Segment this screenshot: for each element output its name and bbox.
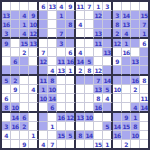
cell-r4c15[interactable] [131,29,140,39]
cell-r3c2[interactable] [11,20,20,29]
cell-r13c3[interactable]: 6 [20,113,29,122]
cell-r10c6[interactable]: 10 [48,85,57,94]
cell-r2c8[interactable] [66,11,76,20]
cell-r8c6[interactable]: 4 [48,66,57,76]
cell-r5c10[interactable] [85,39,94,48]
cell-r6c3[interactable]: 2 [20,48,29,57]
cell-r4c1[interactable]: 3 [2,29,11,39]
cell-r16c6[interactable]: 7 [48,140,57,148]
screenshot-frame: 6134911713134911231415161108481373412713… [0,0,150,150]
cell-r9c6[interactable]: 8 [48,76,57,85]
cell-r11c6[interactable]: 14 [48,94,57,103]
cell-r8c9[interactable]: 2 [76,66,85,76]
cell-r2c16[interactable]: 15 [140,11,148,20]
cell-r5c5[interactable] [39,39,48,48]
cell-r9c9[interactable] [76,76,85,85]
cell-r8c11[interactable]: 12 [94,66,103,76]
cell-r1c3[interactable] [20,2,29,11]
cell-r13c8[interactable]: 12 [66,113,76,122]
cell-r1c1[interactable] [2,2,11,11]
cell-r11c11[interactable]: 8 [94,94,103,103]
cell-r13c15[interactable]: 1 [131,113,140,122]
cell-r8c4[interactable] [29,66,39,76]
cell-r3c7[interactable] [57,20,66,29]
cell-r10c15[interactable]: 2 [131,85,140,94]
cell-r16c7[interactable] [57,140,66,148]
cell-r7c10[interactable]: 5 [85,57,94,66]
cell-r8c16[interactable] [140,66,148,76]
cell-r3c15[interactable] [131,20,140,29]
cell-r12c6[interactable]: 6 [48,103,57,113]
cell-r11c12[interactable]: 4 [103,94,113,103]
cell-r14c4[interactable] [29,122,39,131]
cell-r6c15[interactable] [131,48,140,57]
cell-r4c12[interactable] [103,29,113,39]
cell-r12c5[interactable] [39,103,48,113]
cell-r9c10[interactable] [85,76,94,85]
cell-r15c7[interactable]: 15 [57,131,66,140]
cell-r11c15[interactable] [131,94,140,103]
cell-r7c4[interactable] [29,57,39,66]
cell-r1c15[interactable] [131,2,140,11]
cell-r14c5[interactable] [39,122,48,131]
cell-r7c11[interactable] [94,57,103,66]
cell-r10c8[interactable] [66,85,76,94]
cell-r6c2[interactable] [11,48,20,57]
cell-r13c14[interactable]: 9 [122,113,131,122]
cell-r10c3[interactable] [20,85,29,94]
cell-r2c14[interactable]: 14 [122,11,131,20]
cell-r10c2[interactable]: 9 [11,85,20,94]
cell-r15c10[interactable]: 14 [85,131,94,140]
cell-r1c5[interactable]: 6 [39,2,48,11]
cell-r5c2[interactable] [11,39,20,48]
cell-r11c10[interactable] [85,94,94,103]
cell-r13c2[interactable]: 14 [11,113,20,122]
cell-r14c12[interactable]: 5 [103,122,113,131]
cell-r8c10[interactable]: 8 [85,66,94,76]
cell-r7c9[interactable]: 14 [76,57,85,66]
cell-r9c14[interactable] [122,76,131,85]
cell-r15c8[interactable]: 5 [66,131,76,140]
cell-r3c1[interactable]: 16 [2,20,11,29]
cell-r4c3[interactable]: 4 [20,29,29,39]
cell-r16c5[interactable]: 4 [39,140,48,148]
cell-r11c13[interactable] [113,94,122,103]
cell-r9c2[interactable]: 2 [11,76,20,85]
cell-r14c7[interactable] [57,122,66,131]
cell-r12c7[interactable] [57,103,66,113]
cell-r2c15[interactable] [131,11,140,20]
cell-r13c10[interactable]: 10 [85,113,94,122]
cell-r2c9[interactable] [76,11,85,20]
cell-r14c13[interactable]: 14 [113,122,122,131]
cell-r14c10[interactable] [85,122,94,131]
cell-r7c6[interactable] [48,57,57,66]
cell-r12c14[interactable] [122,103,131,113]
cell-r6c1[interactable] [2,48,11,57]
cell-r5c4[interactable]: 13 [29,39,39,48]
cell-r16c11[interactable]: 15 [94,140,103,148]
cell-r12c8[interactable] [66,103,76,113]
cell-r14c3[interactable]: 2 [20,122,29,131]
cell-r16c3[interactable]: 9 [20,140,29,148]
cell-r15c1[interactable]: 4 [2,131,11,140]
cell-r6c4[interactable] [29,48,39,57]
cell-r3c8[interactable]: 8 [66,20,76,29]
cell-r5c7[interactable]: 3 [57,39,66,48]
cell-r8c2[interactable] [11,66,20,76]
cell-r7c1[interactable] [2,57,11,66]
cell-r15c13[interactable]: 16 [113,131,122,140]
cell-r12c16[interactable]: 14 [140,103,148,113]
cell-r8c7[interactable]: 13 [57,66,66,76]
cell-r10c4[interactable]: 4 [29,85,39,94]
cell-r3c16[interactable]: 7 [140,20,148,29]
cell-r14c14[interactable]: 15 [122,122,131,131]
cell-r7c7[interactable]: 11 [57,57,66,66]
cell-r9c7[interactable] [57,76,66,85]
cell-r9c11[interactable]: 7 [94,76,103,85]
cell-r3c14[interactable]: 13 [122,20,131,29]
cell-r7c5[interactable]: 12 [39,57,48,66]
cell-r4c6[interactable] [48,29,57,39]
cell-r16c9[interactable] [76,140,85,148]
cell-r15c14[interactable] [122,131,131,140]
cell-r2c5[interactable] [39,11,48,20]
cell-r3c5[interactable] [39,20,48,29]
cell-r13c1[interactable] [2,113,11,122]
cell-r10c7[interactable] [57,85,66,94]
cell-r4c14[interactable]: 4 [122,29,131,39]
cell-r6c7[interactable] [57,48,66,57]
cell-r10c9[interactable] [76,85,85,94]
cell-r2c11[interactable]: 12 [94,11,103,20]
cell-r7c14[interactable] [122,57,131,66]
cell-r6c13[interactable] [113,48,122,57]
cell-r4c7[interactable]: 7 [57,29,66,39]
cell-r10c5[interactable]: 1 [39,85,48,94]
cell-r4c5[interactable] [39,29,48,39]
cell-r10c16[interactable] [140,85,148,94]
cell-r3c13[interactable]: 8 [113,20,122,29]
cell-r13c12[interactable] [103,113,113,122]
cell-r15c12[interactable] [103,131,113,140]
cell-r6c6[interactable] [48,48,57,57]
cell-r5c13[interactable]: 12 [113,39,122,48]
cell-r9c15[interactable]: 16 [131,76,140,85]
cell-r2c10[interactable] [85,11,94,20]
cell-r16c8[interactable] [66,140,76,148]
cell-r11c7[interactable] [57,94,66,103]
cell-r3c12[interactable] [103,20,113,29]
cell-r13c7[interactable]: 16 [57,113,66,122]
cell-r8c5[interactable] [39,66,48,76]
cell-r12c13[interactable] [113,103,122,113]
cell-r12c9[interactable] [76,103,85,113]
cell-r3c3[interactable]: 1 [20,20,29,29]
cell-r15c16[interactable] [140,131,148,140]
cell-r2c12[interactable] [103,11,113,20]
cell-r14c11[interactable] [94,122,103,131]
cell-r13c5[interactable] [39,113,48,122]
cell-r11c4[interactable] [29,94,39,103]
cell-r8c1[interactable] [2,66,11,76]
cell-r15c4[interactable]: 1 [29,131,39,140]
cell-r1c13[interactable] [113,2,122,11]
cell-r15c6[interactable] [48,131,57,140]
cell-r16c10[interactable] [85,140,94,148]
cell-r3c10[interactable] [85,20,94,29]
cell-r2c2[interactable] [11,11,20,20]
cell-r9c5[interactable]: 11 [39,76,48,85]
cell-r3c11[interactable] [94,20,103,29]
cell-r10c12[interactable]: 5 [103,85,113,94]
cell-r16c14[interactable]: 2 [122,140,131,148]
cell-r10c1[interactable] [2,85,11,94]
cell-r12c2[interactable]: 10 [11,103,20,113]
cell-r8c14[interactable] [122,66,131,76]
cell-r4c8[interactable] [66,29,76,39]
cell-r9c12[interactable]: 14 [103,76,113,85]
cell-r9c3[interactable] [20,76,29,85]
cell-r16c2[interactable] [11,140,20,148]
cell-r9c13[interactable] [113,76,122,85]
cell-r13c13[interactable] [113,113,122,122]
cell-r14c9[interactable] [76,122,85,131]
cell-r15c5[interactable] [39,131,48,140]
cell-r1c4[interactable] [29,2,39,11]
cell-r15c2[interactable] [11,131,20,140]
cell-r2c6[interactable] [48,11,57,20]
cell-r16c13[interactable] [113,140,122,148]
cell-r1c12[interactable]: 3 [103,2,113,11]
cell-r3c4[interactable]: 10 [29,20,39,29]
cell-r5c11[interactable]: 11 [94,39,103,48]
cell-r7c2[interactable]: 6 [11,57,20,66]
cell-r10c14[interactable] [122,85,131,94]
cell-r11c14[interactable] [122,94,131,103]
cell-r7c16[interactable] [140,57,148,66]
cell-r5c16[interactable]: 6 [140,39,148,48]
cell-r9c4[interactable] [29,76,39,85]
cell-r12c3[interactable] [20,103,29,113]
cell-r5c6[interactable] [48,39,57,48]
cell-r13c6[interactable] [48,113,57,122]
cell-r11c2[interactable] [11,94,20,103]
cell-r6c14[interactable]: 16 [122,48,131,57]
cell-r9c16[interactable]: 8 [140,76,148,85]
cell-r5c9[interactable] [76,39,85,48]
cell-r9c1[interactable]: 5 [2,76,11,85]
cell-r12c12[interactable] [103,103,113,113]
cell-r16c15[interactable] [131,140,140,148]
cell-r14c2[interactable]: 16 [11,122,20,131]
cell-r4c4[interactable]: 12 [29,29,39,39]
cell-r8c8[interactable]: 1 [66,66,76,76]
cell-r4c13[interactable]: 2 [113,29,122,39]
cell-r15c11[interactable] [94,131,103,140]
cell-r1c9[interactable]: 11 [76,2,85,11]
cell-r1c14[interactable] [122,2,131,11]
cell-r1c7[interactable]: 4 [57,2,66,11]
cell-r11c9[interactable] [76,94,85,103]
cell-r5c12[interactable] [103,39,113,48]
cell-r11c1[interactable]: 6 [2,94,11,103]
cell-r2c7[interactable]: 1 [57,11,66,20]
cell-r6c5[interactable]: 7 [39,48,48,57]
cell-r10c10[interactable] [85,85,94,94]
cell-r5c15[interactable] [131,39,140,48]
cell-r13c16[interactable] [140,113,148,122]
cell-r15c15[interactable]: 10 [131,131,140,140]
cell-r5c3[interactable]: 15 [20,39,29,48]
cell-r12c15[interactable]: 4 [131,103,140,113]
cell-r11c3[interactable] [20,94,29,103]
cell-r5c1[interactable]: 9 [2,39,11,48]
cell-r4c11[interactable]: 13 [94,29,103,39]
cell-r6c9[interactable]: 4 [76,48,85,57]
cell-r14c8[interactable] [66,122,76,131]
cell-r16c16[interactable] [140,140,148,148]
cell-r11c5[interactable]: 10 [39,94,48,103]
cell-r7c3[interactable] [20,57,29,66]
cell-r6c11[interactable] [94,48,103,57]
sudoku-board: 6134911713134911231415161108481373412713… [0,0,150,150]
cell-r11c16[interactable]: 11 [140,94,148,103]
cell-r1c8[interactable]: 9 [66,2,76,11]
cell-r12c11[interactable]: 16 [94,103,103,113]
cell-r12c4[interactable] [29,103,39,113]
cell-r12c10[interactable] [85,103,94,113]
cell-r13c4[interactable] [29,113,39,122]
cell-r2c4[interactable]: 9 [29,11,39,20]
cell-r4c16[interactable]: 1 [140,29,148,39]
cell-r11c8[interactable] [66,94,76,103]
cell-r6c12[interactable]: 13 [103,48,113,57]
cell-r6c16[interactable] [140,48,148,57]
cell-r2c3[interactable]: 4 [20,11,29,20]
cell-r13c11[interactable] [94,113,103,122]
cell-r12c1[interactable]: 8 [2,103,11,113]
cell-r7c13[interactable]: 9 [113,57,122,66]
cell-r2c1[interactable]: 13 [2,11,11,20]
cell-r8c13[interactable] [113,66,122,76]
cell-r14c15[interactable]: 8 [131,122,140,131]
cell-r2c13[interactable]: 3 [113,11,122,20]
cell-r15c9[interactable]: 8 [76,131,85,140]
cell-r5c14[interactable]: 1 [122,39,131,48]
cell-r10c11[interactable]: 13 [94,85,103,94]
cell-r4c10[interactable] [85,29,94,39]
cell-r1c6[interactable]: 13 [48,2,57,11]
cell-r1c16[interactable] [140,2,148,11]
cell-r8c3[interactable] [20,66,29,76]
cell-r16c1[interactable] [2,140,11,148]
cell-r13c9[interactable]: 13 [76,113,85,122]
cell-r1c10[interactable]: 7 [85,2,94,11]
cell-r8c12[interactable] [103,66,113,76]
cell-r14c6[interactable]: 1 [48,122,57,131]
cell-r5c8[interactable] [66,39,76,48]
cell-r16c4[interactable] [29,140,39,148]
cell-r1c11[interactable]: 1 [94,2,103,11]
cell-r6c10[interactable] [85,48,94,57]
cell-r7c15[interactable]: 13 [131,57,140,66]
cell-r6c8[interactable]: 6 [66,48,76,57]
cell-r16c12[interactable]: 1 [103,140,113,148]
cell-r9c8[interactable] [66,76,76,85]
cell-r4c9[interactable] [76,29,85,39]
cell-r15c3[interactable] [20,131,29,140]
cell-r1c2[interactable] [11,2,20,11]
cell-r3c6[interactable] [48,20,57,29]
cell-r14c16[interactable] [140,122,148,131]
cell-r3c9[interactable]: 4 [76,20,85,29]
cell-r8c15[interactable] [131,66,140,76]
cell-r7c8[interactable]: 16 [66,57,76,66]
cell-r7c12[interactable] [103,57,113,66]
cell-r4c2[interactable] [11,29,20,39]
cell-r10c13[interactable]: 10 [113,85,122,94]
cell-r14c1[interactable]: 3 [2,122,11,131]
